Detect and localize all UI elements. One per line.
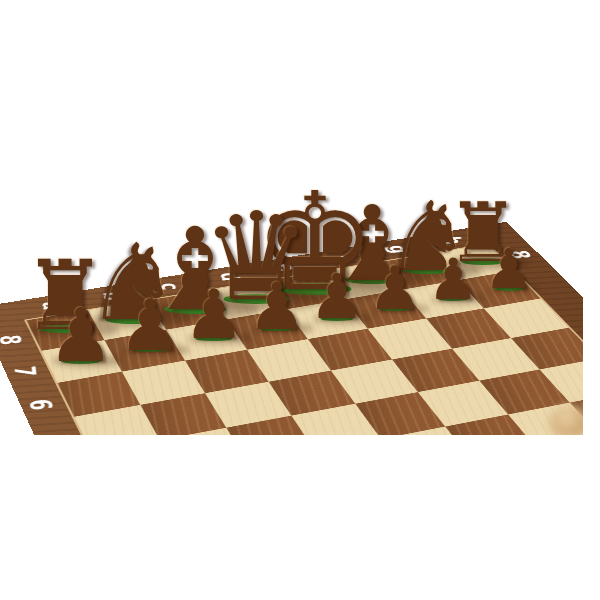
chessboard-photo: abcdefgh876543218 ♜♞♝♛♚♝♞♜♟♟♟♟♟♟♟♟ bbox=[0, 148, 583, 435]
piece-black-pawn-d7: ♟ bbox=[248, 274, 306, 339]
piece-black-pawn-a7: ♟ bbox=[48, 298, 114, 372]
pawn-glyph: ♟ bbox=[184, 281, 245, 349]
piece-black-pawn-e7: ♟ bbox=[309, 266, 365, 328]
pawn-glyph: ♟ bbox=[368, 258, 422, 318]
pawn-glyph: ♟ bbox=[48, 298, 114, 372]
piece-black-pawn-f7: ♟ bbox=[368, 258, 422, 318]
pawn-glyph: ♟ bbox=[118, 290, 182, 361]
pawn-glyph: ♟ bbox=[427, 251, 478, 308]
pawn-glyph: ♟ bbox=[248, 274, 306, 339]
piece-black-pawn-g7: ♟ bbox=[427, 251, 478, 308]
piece-black-pawn-h7: ♟ bbox=[484, 242, 533, 297]
pieces-layer: ♜♞♝♛♚♝♞♜♟♟♟♟♟♟♟♟ bbox=[0, 148, 583, 435]
blurred-foreground-piece bbox=[550, 406, 583, 435]
pawn-glyph: ♟ bbox=[484, 242, 533, 297]
piece-black-pawn-c7: ♟ bbox=[184, 281, 245, 349]
pawn-glyph: ♟ bbox=[309, 266, 365, 328]
piece-black-pawn-b7: ♟ bbox=[118, 290, 182, 361]
page: abcdefgh876543218 ♜♞♝♛♚♝♞♜♟♟♟♟♟♟♟♟ bbox=[0, 0, 600, 600]
